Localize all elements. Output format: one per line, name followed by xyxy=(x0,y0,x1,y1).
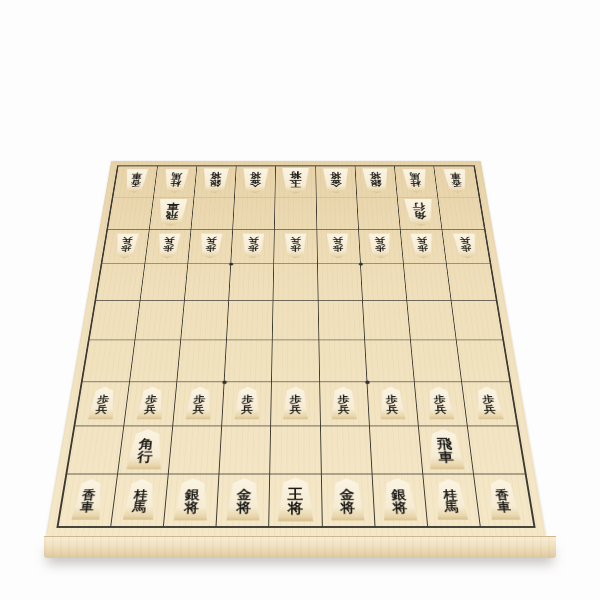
square-5d[interactable] xyxy=(274,264,318,301)
square-1b[interactable] xyxy=(438,197,484,230)
piece-gote-lance[interactable]: 香車 xyxy=(122,169,150,193)
piece-kanji: 王将 xyxy=(275,477,315,521)
square-7i[interactable]: 銀将 xyxy=(164,475,220,527)
square-2i[interactable]: 桂馬 xyxy=(423,475,481,527)
square-1c[interactable]: 歩兵 xyxy=(442,230,490,265)
square-4h[interactable] xyxy=(321,427,373,475)
piece-sente-pawn[interactable]: 歩兵 xyxy=(135,387,166,419)
piece-gote-pawn[interactable]: 歩兵 xyxy=(325,233,350,258)
square-9b[interactable] xyxy=(108,197,154,230)
piece-kanji: 歩兵 xyxy=(233,387,262,419)
piece-sente-pawn[interactable]: 歩兵 xyxy=(472,387,505,419)
square-4c[interactable]: 歩兵 xyxy=(317,230,361,265)
square-7f[interactable] xyxy=(177,340,227,382)
square-2e[interactable] xyxy=(407,301,456,340)
piece-gote-king[interactable]: 玉将 xyxy=(280,168,311,194)
piece-kanji: 歩兵 xyxy=(86,387,119,419)
square-8i[interactable]: 桂馬 xyxy=(111,475,169,527)
piece-sente-lance[interactable]: 香車 xyxy=(484,479,522,520)
square-2d[interactable] xyxy=(404,264,452,301)
piece-kanji: 歩兵 xyxy=(325,233,350,258)
square-6c[interactable]: 歩兵 xyxy=(231,230,275,265)
piece-sente-pawn[interactable]: 歩兵 xyxy=(425,387,456,419)
square-3f[interactable] xyxy=(365,340,415,382)
square-3g[interactable]: 歩兵 xyxy=(367,382,419,427)
piece-gote-silver-general[interactable]: 銀将 xyxy=(361,169,391,194)
piece-kanji: 桂馬 xyxy=(161,169,190,193)
square-4i[interactable]: 金将 xyxy=(321,475,375,527)
piece-sente-silver-general[interactable]: 銀将 xyxy=(172,478,212,520)
piece-gote-lance[interactable]: 香車 xyxy=(442,169,470,193)
square-9e[interactable] xyxy=(90,301,141,340)
piece-kanji: 金将 xyxy=(241,169,271,194)
square-1f[interactable] xyxy=(457,340,510,382)
square-1i[interactable]: 香車 xyxy=(474,475,533,527)
piece-sente-pawn[interactable]: 歩兵 xyxy=(233,387,262,419)
square-4d[interactable] xyxy=(318,264,363,301)
piece-kanji: 歩兵 xyxy=(367,233,393,258)
square-2h[interactable]: 飛車 xyxy=(419,427,474,475)
piece-gote-pawn[interactable]: 歩兵 xyxy=(155,233,182,258)
piece-sente-knight[interactable]: 桂馬 xyxy=(432,479,471,520)
piece-sente-lance[interactable]: 香車 xyxy=(70,479,107,520)
star-point xyxy=(358,263,362,266)
piece-kanji: 歩兵 xyxy=(283,233,308,258)
piece-kanji: 歩兵 xyxy=(281,387,309,419)
square-5b[interactable] xyxy=(275,197,317,230)
piece-kanji: 歩兵 xyxy=(451,233,480,258)
square-9d[interactable] xyxy=(96,264,145,301)
piece-gote-pawn[interactable]: 歩兵 xyxy=(451,233,480,258)
piece-sente-knight[interactable]: 桂馬 xyxy=(121,479,160,520)
piece-kanji: 歩兵 xyxy=(329,387,358,419)
square-1h[interactable] xyxy=(468,427,525,475)
square-5g[interactable]: 歩兵 xyxy=(271,382,320,427)
piece-gote-pawn[interactable]: 歩兵 xyxy=(367,233,393,258)
piece-gote-rook[interactable]: 飛車 xyxy=(155,199,190,226)
piece-kanji: 香車 xyxy=(484,479,522,520)
square-8d[interactable] xyxy=(141,264,189,301)
piece-gote-pawn[interactable]: 歩兵 xyxy=(197,233,223,258)
piece-kanji: 銀将 xyxy=(379,478,419,520)
piece-gote-bishop[interactable]: 角行 xyxy=(402,199,436,226)
square-5i[interactable]: 王将 xyxy=(270,475,323,527)
square-5c[interactable]: 歩兵 xyxy=(274,230,317,265)
piece-sente-pawn[interactable]: 歩兵 xyxy=(377,387,407,419)
piece-sente-gold-general[interactable]: 金将 xyxy=(328,478,367,520)
piece-kanji: 金将 xyxy=(328,478,367,520)
piece-kanji: 歩兵 xyxy=(377,387,407,419)
piece-kanji: 歩兵 xyxy=(472,387,505,419)
square-8b[interactable]: 飛車 xyxy=(150,197,195,230)
square-6f[interactable] xyxy=(225,340,273,382)
square-6h[interactable] xyxy=(220,427,272,475)
piece-kanji: 桂馬 xyxy=(121,479,160,520)
star-point xyxy=(365,380,370,384)
piece-kanji: 金将 xyxy=(224,478,263,520)
shogi-board: 香車桂馬銀将金将玉将金将銀将桂馬香車飛車角行歩兵歩兵歩兵歩兵歩兵歩兵歩兵歩兵歩兵… xyxy=(46,0,546,536)
square-6a[interactable]: 金将 xyxy=(235,166,276,197)
piece-gote-gold-general[interactable]: 金将 xyxy=(241,169,271,194)
piece-sente-king[interactable]: 王将 xyxy=(275,477,315,521)
piece-gote-pawn[interactable]: 歩兵 xyxy=(240,233,265,258)
piece-kanji: 歩兵 xyxy=(135,387,166,419)
piece-sente-pawn[interactable]: 歩兵 xyxy=(184,387,214,419)
square-2b[interactable]: 角行 xyxy=(397,197,442,230)
square-1a[interactable]: 香車 xyxy=(434,166,479,197)
square-6g[interactable]: 歩兵 xyxy=(222,382,272,427)
piece-kanji: 銀将 xyxy=(200,169,230,194)
square-9g[interactable]: 歩兵 xyxy=(75,382,130,427)
piece-gote-pawn[interactable]: 歩兵 xyxy=(112,233,140,258)
piece-kanji: 歩兵 xyxy=(409,233,436,258)
square-9a[interactable]: 香車 xyxy=(113,166,158,197)
piece-kanji: 歩兵 xyxy=(240,233,265,258)
square-7c[interactable]: 歩兵 xyxy=(188,230,233,265)
square-1e[interactable] xyxy=(451,301,502,340)
piece-kanji: 香車 xyxy=(70,479,107,520)
square-7g[interactable]: 歩兵 xyxy=(173,382,225,427)
piece-sente-rook[interactable]: 飛車 xyxy=(424,429,467,469)
piece-gote-gold-general[interactable]: 金将 xyxy=(321,169,351,194)
square-8h[interactable]: 角行 xyxy=(118,427,173,475)
square-2f[interactable] xyxy=(411,340,462,382)
square-8c[interactable]: 歩兵 xyxy=(145,230,191,265)
piece-kanji: 銀将 xyxy=(361,169,391,194)
piece-kanji: 銀将 xyxy=(172,478,212,520)
square-7d[interactable] xyxy=(185,264,231,301)
piece-gote-silver-general[interactable]: 銀将 xyxy=(200,169,230,194)
square-9i[interactable]: 香車 xyxy=(59,475,118,527)
piece-kanji: 飛車 xyxy=(424,429,467,469)
piece-sente-gold-general[interactable]: 金将 xyxy=(224,478,263,520)
piece-kanji: 角行 xyxy=(402,199,436,226)
board-surface: 香車桂馬銀将金将玉将金将銀将桂馬香車飛車角行歩兵歩兵歩兵歩兵歩兵歩兵歩兵歩兵歩兵… xyxy=(46,161,546,536)
square-7b[interactable] xyxy=(192,197,236,230)
piece-kanji: 歩兵 xyxy=(112,233,140,258)
square-3d[interactable] xyxy=(361,264,407,301)
square-1g[interactable]: 歩兵 xyxy=(462,382,517,427)
piece-kanji: 金将 xyxy=(321,169,351,194)
square-7h[interactable] xyxy=(169,427,222,475)
square-3b[interactable] xyxy=(357,197,401,230)
square-7a[interactable]: 銀将 xyxy=(195,166,237,197)
square-4a[interactable]: 金将 xyxy=(316,166,357,197)
square-4b[interactable] xyxy=(316,197,358,230)
piece-gote-knight[interactable]: 桂馬 xyxy=(401,169,430,193)
piece-kanji: 飛車 xyxy=(155,199,190,226)
square-3i[interactable]: 銀将 xyxy=(372,475,428,527)
square-9f[interactable] xyxy=(83,340,136,382)
piece-sente-pawn[interactable]: 歩兵 xyxy=(86,387,119,419)
square-5f[interactable] xyxy=(272,340,319,382)
square-6d[interactable] xyxy=(229,264,274,301)
square-4e[interactable] xyxy=(318,301,365,340)
square-6i[interactable]: 金将 xyxy=(217,475,271,527)
square-9c[interactable]: 歩兵 xyxy=(102,230,150,265)
piece-kanji: 歩兵 xyxy=(197,233,223,258)
square-3c[interactable]: 歩兵 xyxy=(359,230,404,265)
piece-sente-pawn[interactable]: 歩兵 xyxy=(329,387,358,419)
piece-kanji: 角行 xyxy=(124,429,167,469)
piece-gote-pawn[interactable]: 歩兵 xyxy=(409,233,436,258)
piece-sente-silver-general[interactable]: 銀将 xyxy=(379,478,419,520)
square-4g[interactable]: 歩兵 xyxy=(320,382,370,427)
square-3e[interactable] xyxy=(363,301,411,340)
square-8a[interactable]: 桂馬 xyxy=(154,166,197,197)
square-1d[interactable] xyxy=(447,264,496,301)
piece-kanji: 香車 xyxy=(122,169,150,193)
piece-sente-pawn[interactable]: 歩兵 xyxy=(281,387,309,419)
square-6e[interactable] xyxy=(227,301,274,340)
square-8e[interactable] xyxy=(135,301,184,340)
piece-gote-pawn[interactable]: 歩兵 xyxy=(283,233,308,258)
square-5e[interactable] xyxy=(273,301,319,340)
piece-kanji: 桂馬 xyxy=(432,479,471,520)
piece-kanji: 香車 xyxy=(442,169,470,193)
square-2c[interactable]: 歩兵 xyxy=(400,230,446,265)
piece-kanji: 桂馬 xyxy=(401,169,430,193)
square-3a[interactable]: 銀将 xyxy=(355,166,397,197)
piece-gote-knight[interactable]: 桂馬 xyxy=(161,169,190,193)
square-2g[interactable]: 歩兵 xyxy=(415,382,468,427)
board-front-edge xyxy=(44,536,556,558)
square-8g[interactable]: 歩兵 xyxy=(124,382,177,427)
square-4f[interactable] xyxy=(319,340,367,382)
piece-kanji: 歩兵 xyxy=(184,387,214,419)
square-6b[interactable] xyxy=(233,197,275,230)
piece-kanji: 歩兵 xyxy=(155,233,182,258)
square-3h[interactable] xyxy=(370,427,423,475)
square-2a[interactable]: 桂馬 xyxy=(395,166,438,197)
square-7e[interactable] xyxy=(181,301,229,340)
piece-kanji: 玉将 xyxy=(280,168,311,194)
piece-sente-bishop[interactable]: 角行 xyxy=(124,429,167,469)
square-5a[interactable]: 玉将 xyxy=(276,166,317,197)
square-5h[interactable] xyxy=(271,427,322,475)
photo-background: 香車桂馬銀将金将玉将金将銀将桂馬香車飛車角行歩兵歩兵歩兵歩兵歩兵歩兵歩兵歩兵歩兵… xyxy=(0,0,600,600)
square-8f[interactable] xyxy=(130,340,181,382)
square-9h[interactable] xyxy=(67,427,124,475)
board-grid: 香車桂馬銀将金将玉将金将銀将桂馬香車飛車角行歩兵歩兵歩兵歩兵歩兵歩兵歩兵歩兵歩兵… xyxy=(56,165,535,527)
piece-kanji: 歩兵 xyxy=(425,387,456,419)
